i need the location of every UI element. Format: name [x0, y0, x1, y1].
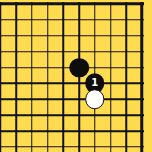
intersection-r4-c2[interactable] [8, 44, 24, 60]
intersection-r10-c8[interactable] [103, 139, 119, 152]
intersection-r9-c8[interactable] [103, 123, 119, 139]
intersection-r2-c8[interactable] [103, 12, 119, 28]
intersection-r4-c10[interactable] [134, 44, 150, 60]
intersection-r1-c9[interactable] [118, 0, 134, 12]
intersection-r5-c8[interactable] [103, 60, 119, 76]
intersection-r1-c5[interactable] [55, 0, 71, 12]
intersection-r3-c4[interactable] [40, 28, 56, 44]
intersection-r10-c3[interactable] [24, 139, 40, 152]
intersection-r8-c4[interactable] [40, 107, 56, 123]
intersection-r9-c4[interactable] [40, 123, 56, 139]
intersection-r3-c3[interactable] [24, 28, 40, 44]
intersection-r6-c4[interactable] [40, 75, 56, 91]
intersection-r9-c5[interactable] [55, 123, 71, 139]
intersection-r2-c9[interactable] [118, 12, 134, 28]
intersection-r8-c8[interactable] [103, 107, 119, 123]
intersection-r10-c6[interactable] [71, 139, 87, 152]
intersection-r4-c1[interactable] [0, 44, 8, 60]
intersection-r6-c2[interactable] [8, 75, 24, 91]
intersection-r6-c9[interactable] [118, 75, 134, 91]
board-grid: 1 [0, 0, 150, 152]
intersection-r9-c2[interactable] [8, 123, 24, 139]
intersection-r6-c8[interactable] [103, 75, 119, 91]
intersection-r1-c10[interactable] [134, 0, 150, 12]
intersection-r8-c2[interactable] [8, 107, 24, 123]
intersection-r10-c7[interactable] [87, 139, 103, 152]
intersection-r2-c1[interactable] [0, 12, 8, 28]
intersection-r7-c2[interactable] [8, 91, 24, 107]
intersection-r2-c7[interactable] [87, 12, 103, 28]
go-board: 1 [0, 0, 152, 152]
intersection-r10-c9[interactable] [118, 139, 134, 152]
intersection-r9-c1[interactable] [0, 123, 8, 139]
intersection-r4-c9[interactable] [118, 44, 134, 60]
intersection-r1-c1[interactable] [0, 0, 8, 12]
intersection-r5-c6[interactable] [71, 60, 87, 76]
intersection-r3-c9[interactable] [118, 28, 134, 44]
intersection-r8-c9[interactable] [118, 107, 134, 123]
intersection-r10-c5[interactable] [55, 139, 71, 152]
intersection-r2-c3[interactable] [24, 12, 40, 28]
intersection-r9-c6[interactable] [71, 123, 87, 139]
intersection-r1-c3[interactable] [24, 0, 40, 12]
white-stone [85, 90, 105, 110]
intersection-r2-c5[interactable] [55, 12, 71, 28]
intersection-r2-c2[interactable] [8, 12, 24, 28]
intersection-r9-c9[interactable] [118, 123, 134, 139]
intersection-r4-c7[interactable] [87, 44, 103, 60]
intersection-r7-c5[interactable] [55, 91, 71, 107]
intersection-r1-c2[interactable] [8, 0, 24, 12]
intersection-r3-c8[interactable] [103, 28, 119, 44]
intersection-r5-c10[interactable] [134, 60, 150, 76]
intersection-r8-c10[interactable] [134, 107, 150, 123]
intersection-r1-c4[interactable] [40, 0, 56, 12]
intersection-r1-c8[interactable] [103, 0, 119, 12]
intersection-r8-c1[interactable] [0, 107, 8, 123]
intersection-r8-c5[interactable] [55, 107, 71, 123]
black-stone [69, 58, 89, 78]
intersection-r9-c10[interactable] [134, 123, 150, 139]
intersection-r5-c3[interactable] [24, 60, 40, 76]
intersection-r5-c2[interactable] [8, 60, 24, 76]
intersection-r7-c10[interactable] [134, 91, 150, 107]
intersection-r4-c4[interactable] [40, 44, 56, 60]
intersection-r8-c7[interactable] [87, 107, 103, 123]
intersection-r5-c9[interactable] [118, 60, 134, 76]
intersection-r2-c4[interactable] [40, 12, 56, 28]
intersection-r10-c1[interactable] [0, 139, 8, 152]
intersection-r1-c7[interactable] [87, 0, 103, 12]
intersection-r8-c6[interactable] [71, 107, 87, 123]
intersection-r3-c1[interactable] [0, 28, 8, 44]
intersection-r8-c3[interactable] [24, 107, 40, 123]
intersection-r3-c5[interactable] [55, 28, 71, 44]
intersection-r7-c4[interactable] [40, 91, 56, 107]
intersection-r7-c3[interactable] [24, 91, 40, 107]
intersection-r7-c9[interactable] [118, 91, 134, 107]
intersection-r7-c8[interactable] [103, 91, 119, 107]
intersection-r10-c10[interactable] [134, 139, 150, 152]
intersection-r3-c10[interactable] [134, 28, 150, 44]
intersection-r3-c2[interactable] [8, 28, 24, 44]
intersection-r10-c4[interactable] [40, 139, 56, 152]
intersection-r7-c7[interactable] [87, 91, 103, 107]
intersection-r4-c5[interactable] [55, 44, 71, 60]
intersection-r1-c6[interactable] [71, 0, 87, 12]
intersection-r3-c6[interactable] [71, 28, 87, 44]
intersection-r6-c3[interactable] [24, 75, 40, 91]
intersection-r7-c1[interactable] [0, 91, 8, 107]
intersection-r6-c5[interactable] [55, 75, 71, 91]
move-number-label: 1 [91, 78, 98, 88]
intersection-r2-c10[interactable] [134, 12, 150, 28]
intersection-r5-c4[interactable] [40, 60, 56, 76]
intersection-r4-c3[interactable] [24, 44, 40, 60]
intersection-r6-c10[interactable] [134, 75, 150, 91]
intersection-r6-c1[interactable] [0, 75, 8, 91]
intersection-r3-c7[interactable] [87, 28, 103, 44]
intersection-r4-c8[interactable] [103, 44, 119, 60]
intersection-r2-c6[interactable] [71, 12, 87, 28]
intersection-r10-c2[interactable] [8, 139, 24, 152]
intersection-r9-c3[interactable] [24, 123, 40, 139]
intersection-r9-c7[interactable] [87, 123, 103, 139]
intersection-r5-c1[interactable] [0, 60, 8, 76]
